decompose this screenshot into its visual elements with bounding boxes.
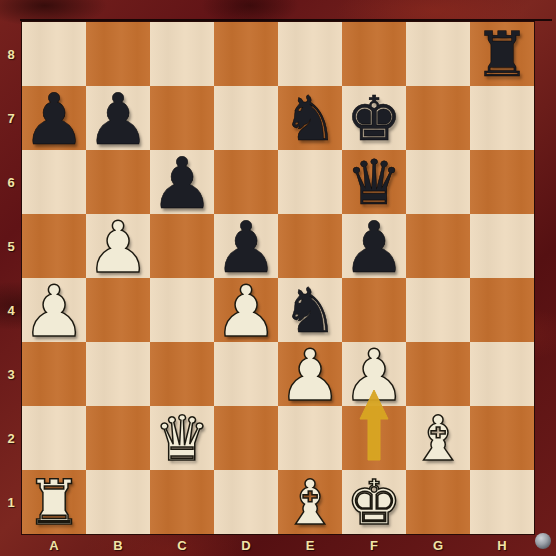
piece-black-pawn[interactable]: ♟	[342, 212, 406, 283]
file-label-a: A	[22, 534, 86, 556]
square-h3[interactable]	[470, 342, 534, 406]
square-d8[interactable]	[214, 22, 278, 86]
square-a8[interactable]	[22, 22, 86, 86]
file-label-h: H	[470, 534, 534, 556]
chessboard-frame: ♜♟♟♞♚♟♛♟♟♟♟♟♞♟♟♛♝♜♝♚ 87654321ABCDEFGH	[0, 0, 556, 556]
square-b7[interactable]: ♟	[86, 86, 150, 150]
rank-label-6: 6	[0, 150, 22, 214]
piece-white-pawn[interactable]: ♟	[22, 276, 86, 347]
square-g1[interactable]	[406, 470, 470, 534]
square-g3[interactable]	[406, 342, 470, 406]
piece-white-pawn[interactable]: ♟	[342, 340, 406, 411]
rank-label-7: 7	[0, 86, 22, 150]
square-h7[interactable]	[470, 86, 534, 150]
file-label-b: B	[86, 534, 150, 556]
square-d7[interactable]	[214, 86, 278, 150]
square-d5[interactable]: ♟	[214, 214, 278, 278]
square-g7[interactable]	[406, 86, 470, 150]
square-c7[interactable]	[150, 86, 214, 150]
square-d2[interactable]	[214, 406, 278, 470]
square-c4[interactable]	[150, 278, 214, 342]
square-b3[interactable]	[86, 342, 150, 406]
rank-label-4: 4	[0, 278, 22, 342]
square-e5[interactable]	[278, 214, 342, 278]
square-b8[interactable]	[86, 22, 150, 86]
square-g2[interactable]: ♝	[406, 406, 470, 470]
square-c2[interactable]: ♛	[150, 406, 214, 470]
piece-black-king[interactable]: ♚	[346, 88, 402, 150]
square-e8[interactable]	[278, 22, 342, 86]
file-label-c: C	[150, 534, 214, 556]
square-h6[interactable]	[470, 150, 534, 214]
square-b2[interactable]	[86, 406, 150, 470]
square-f6[interactable]: ♛	[342, 150, 406, 214]
square-b1[interactable]	[86, 470, 150, 534]
piece-white-pawn[interactable]: ♟	[278, 340, 342, 411]
piece-white-bishop[interactable]: ♝	[282, 472, 338, 534]
square-e1[interactable]: ♝	[278, 470, 342, 534]
piece-white-queen[interactable]: ♛	[154, 408, 210, 470]
square-a1[interactable]: ♜	[22, 470, 86, 534]
square-d6[interactable]	[214, 150, 278, 214]
square-b5[interactable]: ♟	[86, 214, 150, 278]
square-d1[interactable]	[214, 470, 278, 534]
square-c3[interactable]	[150, 342, 214, 406]
piece-black-rook[interactable]: ♜	[474, 24, 530, 86]
square-e6[interactable]	[278, 150, 342, 214]
piece-black-knight[interactable]: ♞	[282, 88, 338, 150]
square-h5[interactable]	[470, 214, 534, 278]
square-f7[interactable]: ♚	[342, 86, 406, 150]
square-f1[interactable]: ♚	[342, 470, 406, 534]
square-h4[interactable]	[470, 278, 534, 342]
square-d4[interactable]: ♟	[214, 278, 278, 342]
square-f8[interactable]	[342, 22, 406, 86]
square-g4[interactable]	[406, 278, 470, 342]
square-e7[interactable]: ♞	[278, 86, 342, 150]
rank-label-2: 2	[0, 406, 22, 470]
square-h2[interactable]	[470, 406, 534, 470]
file-label-f: F	[342, 534, 406, 556]
square-c8[interactable]	[150, 22, 214, 86]
piece-white-rook[interactable]: ♜	[26, 472, 82, 534]
piece-white-bishop[interactable]: ♝	[410, 408, 466, 470]
piece-white-pawn[interactable]: ♟	[86, 212, 150, 283]
square-c1[interactable]	[150, 470, 214, 534]
square-e4[interactable]: ♞	[278, 278, 342, 342]
rank-label-8: 8	[0, 22, 22, 86]
piece-black-pawn[interactable]: ♟	[86, 84, 150, 155]
square-f5[interactable]: ♟	[342, 214, 406, 278]
piece-white-pawn[interactable]: ♟	[214, 276, 278, 347]
square-g6[interactable]	[406, 150, 470, 214]
square-a4[interactable]: ♟	[22, 278, 86, 342]
square-h1[interactable]	[470, 470, 534, 534]
square-g8[interactable]	[406, 22, 470, 86]
resize-handle-dot[interactable]	[535, 533, 551, 549]
rank-label-5: 5	[0, 214, 22, 278]
file-label-g: G	[406, 534, 470, 556]
square-a5[interactable]	[22, 214, 86, 278]
chess-board: ♜♟♟♞♚♟♛♟♟♟♟♟♞♟♟♛♝♜♝♚	[22, 22, 534, 534]
piece-white-king[interactable]: ♚	[346, 472, 402, 534]
file-label-e: E	[278, 534, 342, 556]
square-e3[interactable]: ♟	[278, 342, 342, 406]
square-g5[interactable]	[406, 214, 470, 278]
rank-label-3: 3	[0, 342, 22, 406]
board-top-edge-line	[20, 19, 552, 21]
square-a2[interactable]	[22, 406, 86, 470]
square-f3[interactable]: ♟	[342, 342, 406, 406]
rank-label-1: 1	[0, 470, 22, 534]
square-a7[interactable]: ♟	[22, 86, 86, 150]
file-label-d: D	[214, 534, 278, 556]
square-h8[interactable]: ♜	[470, 22, 534, 86]
piece-black-pawn[interactable]: ♟	[22, 84, 86, 155]
piece-black-pawn[interactable]: ♟	[150, 148, 214, 219]
square-c6[interactable]: ♟	[150, 150, 214, 214]
